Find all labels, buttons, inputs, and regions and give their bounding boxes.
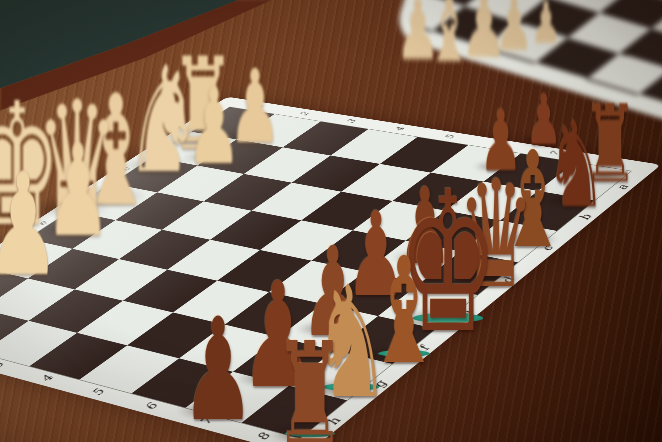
file-label-d: d — [497, 276, 519, 284]
file-label-a: a — [612, 184, 632, 190]
file-label-g: g — [368, 380, 390, 389]
rank-label-5: 5 — [87, 388, 108, 397]
file-label-b: b — [575, 214, 596, 221]
file-label-f: f — [414, 345, 433, 352]
rank-label-far-6: 6 — [492, 142, 508, 147]
rank-label-8: 8 — [251, 432, 274, 442]
rank-label-far-4: 4 — [391, 126, 407, 131]
rank-label-far-8: 8 — [600, 159, 617, 164]
rank-label-far-7: 7 — [545, 151, 562, 156]
file-label-h: h — [322, 417, 345, 427]
file-label-c: c — [537, 245, 558, 252]
rank-label-far-3: 3 — [343, 119, 358, 124]
background-piece-4: ♟ — [530, 0, 561, 53]
file-label-e: e — [456, 310, 477, 318]
rank-label-far-5: 5 — [441, 134, 457, 139]
rank-label-far-1: 1 — [251, 104, 266, 109]
background-piece-3: ♟ — [494, 0, 533, 62]
rank-label-3: 3 — [0, 361, 7, 369]
rank-label-4: 4 — [36, 374, 56, 383]
rank-label-6: 6 — [140, 402, 161, 411]
photo-scene: ♟♝♟♟♟ hhggffeeddccbbaa1122334455667788 ♟… — [0, 0, 662, 442]
rank-label-7: 7 — [194, 417, 216, 426]
rank-label-far-2: 2 — [296, 111, 311, 116]
